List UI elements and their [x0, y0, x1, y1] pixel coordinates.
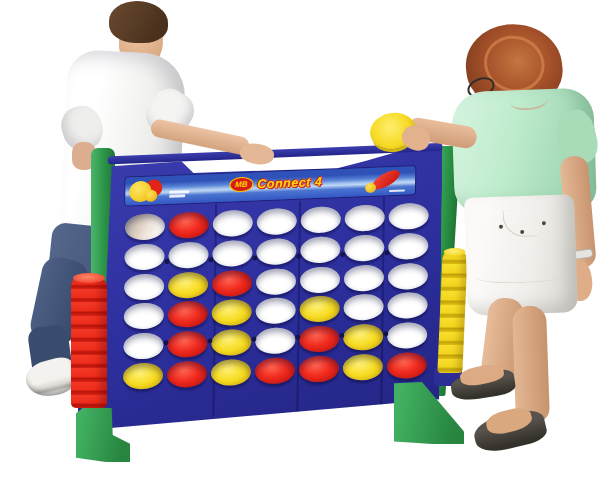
empty-hole: [124, 273, 164, 301]
empty-hole: [257, 208, 297, 236]
empty-hole: [389, 202, 429, 230]
empty-hole: [255, 327, 295, 355]
banner-fine-print: [389, 189, 405, 192]
empty-hole: [125, 213, 165, 241]
brand-badge: MB: [229, 177, 253, 193]
left-player-hair: [109, 1, 168, 43]
cell-r6c6[interactable]: [341, 352, 385, 384]
product-photo-giant-connect4: MB Connect 4: [0, 0, 610, 483]
cell-r4c5[interactable]: [297, 294, 341, 326]
right-player-shorts: [464, 194, 578, 316]
shorts-hem-seam: [474, 266, 568, 284]
cell-r6c2[interactable]: [165, 359, 209, 391]
yellow-disc: [343, 354, 383, 382]
cell-r6c1[interactable]: [121, 360, 165, 392]
cell-r2c6[interactable]: [342, 232, 386, 264]
banner-yellow-disc-icon: [144, 189, 157, 202]
banner-yellow-disc-icon: [365, 183, 376, 193]
cell-r4c4[interactable]: [254, 295, 298, 327]
cell-r3c2[interactable]: [166, 269, 210, 301]
banner-fine-print: [169, 190, 189, 193]
cell-r2c7[interactable]: [386, 230, 430, 262]
empty-hole: [301, 206, 341, 234]
cell-r1c2[interactable]: [167, 209, 211, 241]
empty-hole: [212, 239, 252, 267]
cell-r4c2[interactable]: [166, 299, 210, 331]
empty-hole: [343, 294, 383, 322]
red-disc-stack[interactable]: [71, 276, 107, 408]
cell-r3c7[interactable]: [386, 260, 430, 292]
cell-r5c1[interactable]: [121, 330, 165, 362]
shorts-rivet: [542, 221, 546, 225]
red-disc: [169, 211, 209, 239]
board-grid: [121, 200, 431, 392]
yellow-disc: [123, 362, 163, 390]
cell-r3c5[interactable]: [298, 264, 342, 296]
red-disc: [167, 331, 207, 359]
cell-r4c1[interactable]: [122, 301, 166, 333]
cell-r6c4[interactable]: [253, 355, 297, 387]
board-banner: MB Connect 4: [125, 166, 415, 206]
empty-hole: [256, 238, 296, 266]
board-panel: MB Connect 4: [94, 149, 442, 429]
empty-hole: [387, 322, 427, 350]
yellow-disc: [211, 359, 251, 387]
logo-text: Connect 4: [257, 174, 322, 191]
shorts-rivet: [499, 225, 503, 229]
empty-hole: [213, 209, 253, 237]
cell-r3c1[interactable]: [122, 271, 166, 303]
right-player-left-leg: [512, 305, 550, 424]
cell-r2c1[interactable]: [122, 241, 166, 273]
cell-r5c6[interactable]: [341, 322, 385, 354]
cell-r1c6[interactable]: [343, 202, 387, 234]
red-disc: [167, 361, 207, 389]
empty-hole: [300, 266, 340, 294]
cell-r1c1[interactable]: [123, 211, 167, 243]
yellow-disc: [300, 296, 340, 324]
cell-r6c3[interactable]: [209, 357, 253, 389]
cell-r5c5[interactable]: [297, 323, 341, 355]
red-disc: [212, 269, 252, 297]
empty-hole: [123, 332, 163, 360]
cell-r4c6[interactable]: [341, 292, 385, 324]
empty-hole: [344, 264, 384, 292]
red-disc: [168, 301, 208, 329]
empty-hole: [345, 204, 385, 232]
cell-r5c7[interactable]: [385, 320, 429, 352]
cell-r1c7[interactable]: [387, 200, 431, 232]
cell-r3c4[interactable]: [254, 265, 298, 297]
cell-r6c7[interactable]: [385, 350, 429, 382]
red-disc: [299, 355, 339, 383]
cell-r2c3[interactable]: [210, 237, 254, 269]
empty-hole: [300, 236, 340, 264]
cell-r6c5[interactable]: [297, 353, 341, 385]
cell-r5c2[interactable]: [165, 329, 209, 361]
cell-r2c4[interactable]: [254, 236, 298, 268]
cell-r4c7[interactable]: [385, 290, 429, 322]
red-disc: [387, 352, 427, 380]
empty-hole: [388, 232, 428, 260]
banner-logo: MB Connect 4: [229, 174, 322, 193]
yellow-disc: [168, 271, 208, 299]
yellow-disc-stack[interactable]: [437, 251, 467, 373]
cell-r5c4[interactable]: [253, 325, 297, 357]
empty-hole: [168, 241, 208, 269]
red-disc: [299, 325, 339, 353]
empty-hole: [256, 267, 296, 295]
empty-hole: [344, 234, 384, 262]
empty-hole: [124, 303, 164, 331]
cell-r2c5[interactable]: [298, 234, 342, 266]
banner-fine-print: [169, 194, 185, 197]
cell-r1c3[interactable]: [211, 207, 255, 239]
yellow-disc: [343, 324, 383, 352]
yellow-disc: [211, 329, 251, 357]
empty-hole: [124, 243, 164, 271]
cell-r4c3[interactable]: [210, 297, 254, 329]
cell-r2c2[interactable]: [166, 239, 210, 271]
yellow-disc: [212, 299, 252, 327]
red-disc: [255, 357, 295, 385]
empty-hole: [256, 297, 296, 325]
cell-r3c3[interactable]: [210, 267, 254, 299]
empty-hole: [387, 292, 427, 320]
cell-r5c3[interactable]: [209, 327, 253, 359]
cell-r3c6[interactable]: [342, 262, 386, 294]
empty-hole: [388, 262, 428, 290]
connect4-board: MB Connect 4: [94, 143, 442, 429]
cell-r1c4[interactable]: [255, 206, 299, 238]
cell-r1c5[interactable]: [299, 204, 343, 236]
